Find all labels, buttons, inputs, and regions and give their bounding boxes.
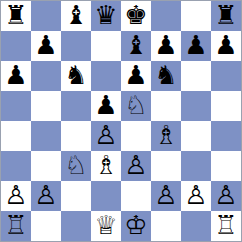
- square-e8[interactable]: ♚: [121, 1, 151, 31]
- square-a6[interactable]: ♟: [1, 61, 31, 91]
- square-e3[interactable]: ♙: [121, 151, 151, 181]
- black-pawn-piece[interactable]: ♟: [184, 32, 207, 58]
- square-a4[interactable]: [1, 121, 31, 151]
- square-e7[interactable]: ♝: [121, 31, 151, 61]
- black-pawn-piece[interactable]: ♟: [154, 32, 177, 58]
- black-pawn-piece[interactable]: ♟: [124, 62, 147, 88]
- square-h8[interactable]: ♜: [211, 1, 241, 31]
- square-d2[interactable]: [91, 181, 121, 211]
- square-f1[interactable]: [151, 211, 181, 241]
- square-a2[interactable]: ♙: [1, 181, 31, 211]
- white-pawn-piece[interactable]: ♙: [154, 182, 177, 208]
- square-h5[interactable]: [211, 91, 241, 121]
- square-b8[interactable]: [31, 1, 61, 31]
- white-bishop-piece[interactable]: ♗: [154, 122, 177, 148]
- square-h4[interactable]: [211, 121, 241, 151]
- square-c6[interactable]: ♞: [61, 61, 91, 91]
- white-bishop-piece[interactable]: ♗: [94, 152, 117, 178]
- black-bishop-piece[interactable]: ♝: [64, 2, 87, 28]
- square-b5[interactable]: [31, 91, 61, 121]
- square-d3[interactable]: ♗: [91, 151, 121, 181]
- square-h6[interactable]: [211, 61, 241, 91]
- square-b3[interactable]: [31, 151, 61, 181]
- black-pawn-piece[interactable]: ♟: [94, 92, 117, 118]
- black-bishop-piece[interactable]: ♝: [124, 32, 147, 58]
- square-d4[interactable]: ♙: [91, 121, 121, 151]
- square-g6[interactable]: [181, 61, 211, 91]
- square-a8[interactable]: ♜: [1, 1, 31, 31]
- white-king-piece[interactable]: ♔: [124, 212, 147, 238]
- black-rook-piece[interactable]: ♜: [4, 2, 27, 28]
- black-pawn-piece[interactable]: ♟: [214, 32, 237, 58]
- square-a7[interactable]: [1, 31, 31, 61]
- black-queen-piece[interactable]: ♛: [94, 2, 117, 28]
- white-pawn-piece[interactable]: ♙: [184, 182, 207, 208]
- square-c4[interactable]: [61, 121, 91, 151]
- square-a3[interactable]: [1, 151, 31, 181]
- square-b2[interactable]: ♙: [31, 181, 61, 211]
- square-e6[interactable]: ♟: [121, 61, 151, 91]
- square-g2[interactable]: ♙: [181, 181, 211, 211]
- square-d8[interactable]: ♛: [91, 1, 121, 31]
- black-pawn-piece[interactable]: ♟: [4, 62, 27, 88]
- chess-board: ♜♝♛♚♜♟♝♟♟♟♟♞♟♞♟♘♙♗♘♗♙♙♙♙♙♙♖♕♔♖: [0, 0, 242, 242]
- white-pawn-piece[interactable]: ♙: [94, 122, 117, 148]
- square-h3[interactable]: [211, 151, 241, 181]
- white-pawn-piece[interactable]: ♙: [214, 182, 237, 208]
- square-c5[interactable]: [61, 91, 91, 121]
- black-king-piece[interactable]: ♚: [124, 2, 147, 28]
- square-b6[interactable]: [31, 61, 61, 91]
- square-h1[interactable]: ♖: [211, 211, 241, 241]
- square-e5[interactable]: ♘: [121, 91, 151, 121]
- square-e2[interactable]: [121, 181, 151, 211]
- white-rook-piece[interactable]: ♖: [214, 212, 237, 238]
- square-c1[interactable]: [61, 211, 91, 241]
- square-g5[interactable]: [181, 91, 211, 121]
- square-g8[interactable]: [181, 1, 211, 31]
- square-e4[interactable]: [121, 121, 151, 151]
- square-c3[interactable]: ♘: [61, 151, 91, 181]
- square-g3[interactable]: [181, 151, 211, 181]
- square-f7[interactable]: ♟: [151, 31, 181, 61]
- square-d7[interactable]: [91, 31, 121, 61]
- square-f8[interactable]: [151, 1, 181, 31]
- square-f3[interactable]: [151, 151, 181, 181]
- square-h2[interactable]: ♙: [211, 181, 241, 211]
- square-f5[interactable]: [151, 91, 181, 121]
- square-a1[interactable]: ♖: [1, 211, 31, 241]
- black-knight-piece[interactable]: ♞: [154, 62, 177, 88]
- square-h7[interactable]: ♟: [211, 31, 241, 61]
- white-pawn-piece[interactable]: ♙: [124, 152, 147, 178]
- square-a5[interactable]: [1, 91, 31, 121]
- square-b4[interactable]: [31, 121, 61, 151]
- white-knight-piece[interactable]: ♘: [124, 92, 147, 118]
- black-rook-piece[interactable]: ♜: [214, 2, 237, 28]
- square-g7[interactable]: ♟: [181, 31, 211, 61]
- white-rook-piece[interactable]: ♖: [4, 212, 27, 238]
- square-d6[interactable]: [91, 61, 121, 91]
- square-c8[interactable]: ♝: [61, 1, 91, 31]
- square-d5[interactable]: ♟: [91, 91, 121, 121]
- square-f6[interactable]: ♞: [151, 61, 181, 91]
- square-c2[interactable]: [61, 181, 91, 211]
- square-g1[interactable]: [181, 211, 211, 241]
- square-e1[interactable]: ♔: [121, 211, 151, 241]
- white-knight-piece[interactable]: ♘: [64, 152, 87, 178]
- white-pawn-piece[interactable]: ♙: [4, 182, 27, 208]
- black-pawn-piece[interactable]: ♟: [34, 32, 57, 58]
- square-b7[interactable]: ♟: [31, 31, 61, 61]
- square-g4[interactable]: [181, 121, 211, 151]
- black-knight-piece[interactable]: ♞: [64, 62, 87, 88]
- square-b1[interactable]: [31, 211, 61, 241]
- square-f4[interactable]: ♗: [151, 121, 181, 151]
- square-c7[interactable]: [61, 31, 91, 61]
- white-pawn-piece[interactable]: ♙: [34, 182, 57, 208]
- square-f2[interactable]: ♙: [151, 181, 181, 211]
- white-queen-piece[interactable]: ♕: [94, 212, 117, 238]
- square-d1[interactable]: ♕: [91, 211, 121, 241]
